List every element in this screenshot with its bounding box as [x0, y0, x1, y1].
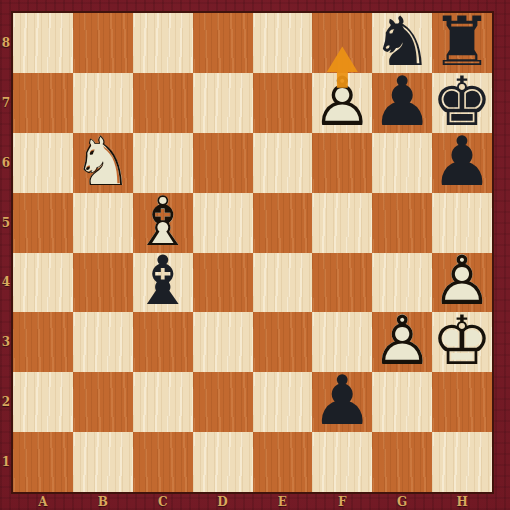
piece-glyph-fill: ♚: [432, 307, 493, 375]
square-c5[interactable]: ♝♗: [133, 193, 193, 253]
square-b3[interactable]: [73, 312, 133, 372]
square-a1[interactable]: [13, 432, 73, 492]
piece-glyph-fill: ♞: [72, 127, 133, 195]
square-f2[interactable]: ♟: [312, 372, 372, 432]
square-g6[interactable]: [372, 133, 432, 193]
piece-white-pawn-g3[interactable]: ♟♙: [372, 312, 432, 372]
rank-label-6: 6: [0, 133, 12, 193]
square-c6[interactable]: [133, 133, 193, 193]
square-f8[interactable]: [312, 13, 372, 73]
square-h4[interactable]: ♟♙: [432, 253, 492, 313]
square-f3[interactable]: [312, 312, 372, 372]
square-f6[interactable]: [312, 133, 372, 193]
square-g7[interactable]: ♟: [372, 73, 432, 133]
square-b5[interactable]: [73, 193, 133, 253]
square-g5[interactable]: [372, 193, 432, 253]
square-h3[interactable]: ♚♔: [432, 312, 492, 372]
piece-black-rook-h8[interactable]: ♜: [432, 13, 492, 73]
square-d7[interactable]: [193, 73, 253, 133]
rank-label-4: 4: [0, 253, 12, 313]
square-g4[interactable]: [372, 253, 432, 313]
piece-glyph-fill: ♝: [132, 187, 193, 255]
square-f5[interactable]: [312, 193, 372, 253]
square-b4[interactable]: [73, 253, 133, 313]
piece-glyph-fill: ♟: [432, 247, 493, 315]
square-d6[interactable]: [193, 133, 253, 193]
square-h6[interactable]: ♟: [432, 133, 492, 193]
square-a8[interactable]: [13, 13, 73, 73]
piece-white-pawn-h4[interactable]: ♟♙: [432, 253, 492, 313]
piece-glyph-outline: ♙: [372, 307, 433, 375]
piece-glyph-outline: ♘: [72, 127, 133, 195]
file-label-h: H: [432, 494, 492, 509]
piece-white-knight-b6[interactable]: ♞♘: [73, 133, 133, 193]
piece-black-king-h7[interactable]: ♚: [432, 73, 492, 133]
piece-glyph-outline: ♗: [132, 187, 193, 255]
piece-glyph-outline: ♙: [312, 67, 373, 135]
square-d4[interactable]: [193, 253, 253, 313]
square-c1[interactable]: [133, 432, 193, 492]
square-g2[interactable]: [372, 372, 432, 432]
square-a4[interactable]: [13, 253, 73, 313]
chess-board-window: ♞♜♟♙♟♚♞♘♟♝♗♝♟♙♟♙♚♔♟ 87654321 ABCDEFGH: [0, 0, 510, 510]
piece-glyph-outline: ♔: [432, 307, 493, 375]
piece-black-bishop-c4[interactable]: ♝: [133, 253, 193, 313]
square-e4[interactable]: [253, 253, 313, 313]
square-e7[interactable]: [253, 73, 313, 133]
chess-board: ♞♜♟♙♟♚♞♘♟♝♗♝♟♙♟♙♚♔♟: [13, 13, 492, 492]
piece-glyph-outline: ♙: [432, 247, 493, 315]
file-label-d: D: [193, 494, 253, 509]
square-d2[interactable]: [193, 372, 253, 432]
square-f7[interactable]: ♟♙: [312, 73, 372, 133]
piece-glyph-fill: ♟: [372, 307, 433, 375]
square-g8[interactable]: ♞: [372, 13, 432, 73]
square-b7[interactable]: [73, 73, 133, 133]
piece-glyph-fill: ♟: [312, 67, 373, 135]
piece-glyph-fill: ♟: [432, 127, 493, 195]
square-c2[interactable]: [133, 372, 193, 432]
square-d5[interactable]: [193, 193, 253, 253]
square-a3[interactable]: [13, 312, 73, 372]
square-g3[interactable]: ♟♙: [372, 312, 432, 372]
piece-black-pawn-g7[interactable]: ♟: [372, 73, 432, 133]
square-f1[interactable]: [312, 432, 372, 492]
square-a6[interactable]: [13, 133, 73, 193]
rank-label-5: 5: [0, 193, 12, 253]
square-e8[interactable]: [253, 13, 313, 73]
square-b2[interactable]: [73, 372, 133, 432]
square-h2[interactable]: [432, 372, 492, 432]
rank-label-1: 1: [0, 432, 12, 492]
square-e3[interactable]: [253, 312, 313, 372]
square-d8[interactable]: [193, 13, 253, 73]
square-c8[interactable]: [133, 13, 193, 73]
piece-glyph-fill: ♟: [372, 67, 433, 135]
piece-white-pawn-f7[interactable]: ♟♙: [312, 73, 372, 133]
piece-glyph-fill: ♜: [432, 8, 493, 76]
file-label-f: F: [312, 494, 372, 509]
piece-black-pawn-f2[interactable]: ♟: [312, 372, 372, 432]
square-b6[interactable]: ♞♘: [73, 133, 133, 193]
square-d1[interactable]: [193, 432, 253, 492]
square-c3[interactable]: [133, 312, 193, 372]
square-e6[interactable]: [253, 133, 313, 193]
square-b8[interactable]: [73, 13, 133, 73]
file-label-g: G: [372, 494, 432, 509]
square-a5[interactable]: [13, 193, 73, 253]
piece-glyph-fill: ♟: [312, 367, 373, 435]
file-label-e: E: [253, 494, 313, 509]
file-label-a: A: [13, 494, 73, 509]
square-c4[interactable]: ♝: [133, 253, 193, 313]
piece-white-king-h3[interactable]: ♚♔: [432, 312, 492, 372]
square-h5[interactable]: [432, 193, 492, 253]
piece-glyph-fill: ♚: [432, 67, 493, 135]
square-f4[interactable]: [312, 253, 372, 313]
square-h8[interactable]: ♜: [432, 13, 492, 73]
rank-label-7: 7: [0, 73, 12, 133]
piece-black-knight-g8[interactable]: ♞: [372, 13, 432, 73]
piece-glyph-fill: ♝: [132, 247, 193, 315]
square-h7[interactable]: ♚: [432, 73, 492, 133]
square-b1[interactable]: [73, 432, 133, 492]
square-h1[interactable]: [432, 432, 492, 492]
square-a7[interactable]: [13, 73, 73, 133]
rank-label-8: 8: [0, 13, 12, 73]
square-d3[interactable]: [193, 312, 253, 372]
piece-white-bishop-c5[interactable]: ♝♗: [133, 193, 193, 253]
square-e5[interactable]: [253, 193, 313, 253]
square-e1[interactable]: [253, 432, 313, 492]
piece-glyph-fill: ♞: [372, 8, 433, 76]
rank-label-3: 3: [0, 312, 12, 372]
square-g1[interactable]: [372, 432, 432, 492]
square-e2[interactable]: [253, 372, 313, 432]
square-c7[interactable]: [133, 73, 193, 133]
rank-label-2: 2: [0, 372, 12, 432]
square-a2[interactable]: [13, 372, 73, 432]
file-label-c: C: [133, 494, 193, 509]
piece-black-pawn-h6[interactable]: ♟: [432, 133, 492, 193]
file-label-b: B: [73, 494, 133, 509]
